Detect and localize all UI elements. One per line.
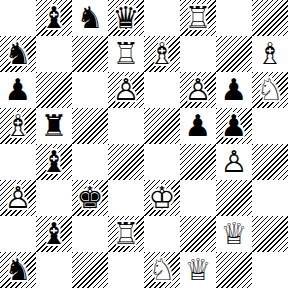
piece-black-pawn[interactable]: ♟♟	[0, 72, 36, 108]
square-e5[interactable]	[144, 108, 180, 144]
piece-black-rook[interactable]: ♜♜	[36, 108, 72, 144]
piece-black-bishop[interactable]: ♝♝	[36, 144, 72, 180]
white-pawn-glyph: ♙	[216, 144, 252, 180]
square-b6[interactable]	[36, 72, 72, 108]
square-c1[interactable]	[72, 252, 108, 288]
white-knight-glyph: ♘	[144, 252, 180, 288]
square-h1[interactable]	[252, 252, 288, 288]
piece-white-pawn[interactable]: ♟♙	[180, 72, 216, 108]
white-pawn-glyph: ♙	[108, 72, 144, 108]
square-g5[interactable]: ♟♟	[216, 108, 252, 144]
piece-white-queen[interactable]: ♛♕	[216, 216, 252, 252]
square-c7[interactable]	[72, 36, 108, 72]
piece-white-rook[interactable]: ♜♖	[108, 216, 144, 252]
square-e2[interactable]	[144, 216, 180, 252]
piece-black-knight[interactable]: ♞♞	[0, 252, 36, 288]
square-d5[interactable]	[108, 108, 144, 144]
square-a2[interactable]	[0, 216, 36, 252]
black-bishop-glyph: ♝	[36, 0, 72, 36]
chess-board: ♝♝♞♞♛♛♜♖♞♞♜♖♝♗♝♗♟♟♟♙♟♙♟♟♞♘♝♗♜♜♟♟♟♟♝♝♟♙♟♙…	[0, 0, 288, 288]
square-e1[interactable]: ♞♘	[144, 252, 180, 288]
piece-white-bishop[interactable]: ♝♗	[0, 108, 36, 144]
piece-black-pawn[interactable]: ♟♟	[180, 108, 216, 144]
square-g8[interactable]	[216, 0, 252, 36]
square-c4[interactable]	[72, 144, 108, 180]
piece-white-king[interactable]: ♚♔	[144, 180, 180, 216]
white-pawn-glyph: ♙	[180, 72, 216, 108]
black-queen-glyph: ♛	[108, 0, 144, 36]
square-g6[interactable]: ♟♟	[216, 72, 252, 108]
square-h5[interactable]	[252, 108, 288, 144]
square-f6[interactable]: ♟♙	[180, 72, 216, 108]
piece-black-king[interactable]: ♚♚	[72, 180, 108, 216]
black-knight-glyph: ♞	[72, 0, 108, 36]
square-d2[interactable]: ♜♖	[108, 216, 144, 252]
piece-black-bishop[interactable]: ♝♝	[36, 0, 72, 36]
white-queen-glyph: ♕	[216, 216, 252, 252]
square-f5[interactable]: ♟♟	[180, 108, 216, 144]
piece-black-pawn[interactable]: ♟♟	[216, 72, 252, 108]
black-pawn-glyph: ♟	[180, 108, 216, 144]
square-d4[interactable]	[108, 144, 144, 180]
piece-black-bishop[interactable]: ♝♝	[36, 216, 72, 252]
white-bishop-glyph: ♗	[252, 36, 288, 72]
square-b2[interactable]: ♝♝	[36, 216, 72, 252]
square-a8[interactable]	[0, 0, 36, 36]
white-rook-glyph: ♖	[180, 0, 216, 36]
square-a4[interactable]	[0, 144, 36, 180]
square-c3[interactable]: ♚♚	[72, 180, 108, 216]
square-g2[interactable]: ♛♕	[216, 216, 252, 252]
white-bishop-glyph: ♗	[144, 36, 180, 72]
black-bishop-glyph: ♝	[36, 144, 72, 180]
square-a7[interactable]: ♞♞	[0, 36, 36, 72]
square-h7[interactable]: ♝♗	[252, 36, 288, 72]
square-g4[interactable]: ♟♙	[216, 144, 252, 180]
piece-black-knight[interactable]: ♞♞	[0, 36, 36, 72]
square-f2[interactable]	[180, 216, 216, 252]
square-c5[interactable]	[72, 108, 108, 144]
square-f4[interactable]	[180, 144, 216, 180]
square-f8[interactable]: ♜♖	[180, 0, 216, 36]
square-a1[interactable]: ♞♞	[0, 252, 36, 288]
square-b7[interactable]	[36, 36, 72, 72]
piece-white-rook[interactable]: ♜♖	[180, 0, 216, 36]
square-f7[interactable]	[180, 36, 216, 72]
square-e6[interactable]	[144, 72, 180, 108]
piece-white-knight[interactable]: ♞♘	[252, 72, 288, 108]
black-pawn-glyph: ♟	[0, 72, 36, 108]
black-bishop-glyph: ♝	[36, 216, 72, 252]
square-e3[interactable]: ♚♔	[144, 180, 180, 216]
square-f3[interactable]	[180, 180, 216, 216]
white-king-glyph: ♔	[144, 180, 180, 216]
white-pawn-glyph: ♙	[0, 180, 36, 216]
white-queen-glyph: ♕	[180, 252, 216, 288]
piece-white-pawn[interactable]: ♟♙	[108, 72, 144, 108]
square-e4[interactable]	[144, 144, 180, 180]
square-d1[interactable]	[108, 252, 144, 288]
white-rook-glyph: ♖	[108, 36, 144, 72]
black-pawn-glyph: ♟	[216, 108, 252, 144]
white-knight-glyph: ♘	[252, 72, 288, 108]
square-a3[interactable]: ♟♙	[0, 180, 36, 216]
piece-black-queen[interactable]: ♛♛	[108, 0, 144, 36]
square-g7[interactable]	[216, 36, 252, 72]
square-g1[interactable]	[216, 252, 252, 288]
square-d8[interactable]: ♛♛	[108, 0, 144, 36]
square-h3[interactable]	[252, 180, 288, 216]
square-b1[interactable]	[36, 252, 72, 288]
square-b8[interactable]: ♝♝	[36, 0, 72, 36]
square-e8[interactable]	[144, 0, 180, 36]
square-d3[interactable]	[108, 180, 144, 216]
square-h2[interactable]	[252, 216, 288, 252]
square-e7[interactable]: ♝♗	[144, 36, 180, 72]
piece-white-pawn[interactable]: ♟♙	[216, 144, 252, 180]
piece-white-queen[interactable]: ♛♕	[180, 252, 216, 288]
piece-black-pawn[interactable]: ♟♟	[216, 108, 252, 144]
square-c8[interactable]: ♞♞	[72, 0, 108, 36]
white-rook-glyph: ♖	[108, 216, 144, 252]
square-c2[interactable]	[72, 216, 108, 252]
square-h4[interactable]	[252, 144, 288, 180]
square-d6[interactable]: ♟♙	[108, 72, 144, 108]
piece-white-bishop[interactable]: ♝♗	[144, 36, 180, 72]
black-pawn-glyph: ♟	[216, 72, 252, 108]
piece-white-rook[interactable]: ♜♖	[108, 36, 144, 72]
piece-white-pawn[interactable]: ♟♙	[0, 180, 36, 216]
black-king-glyph: ♚	[72, 180, 108, 216]
white-bishop-glyph: ♗	[0, 108, 36, 144]
square-b5[interactable]: ♜♜	[36, 108, 72, 144]
piece-black-knight[interactable]: ♞♞	[72, 0, 108, 36]
piece-white-bishop[interactable]: ♝♗	[252, 36, 288, 72]
square-a5[interactable]: ♝♗	[0, 108, 36, 144]
square-c6[interactable]	[72, 72, 108, 108]
square-d7[interactable]: ♜♖	[108, 36, 144, 72]
square-h8[interactable]	[252, 0, 288, 36]
square-b3[interactable]	[36, 180, 72, 216]
square-g3[interactable]	[216, 180, 252, 216]
black-knight-glyph: ♞	[0, 36, 36, 72]
square-f1[interactable]: ♛♕	[180, 252, 216, 288]
square-a6[interactable]: ♟♟	[0, 72, 36, 108]
piece-white-knight[interactable]: ♞♘	[144, 252, 180, 288]
black-knight-glyph: ♞	[0, 252, 36, 288]
square-h6[interactable]: ♞♘	[252, 72, 288, 108]
black-rook-glyph: ♜	[36, 108, 72, 144]
square-b4[interactable]: ♝♝	[36, 144, 72, 180]
